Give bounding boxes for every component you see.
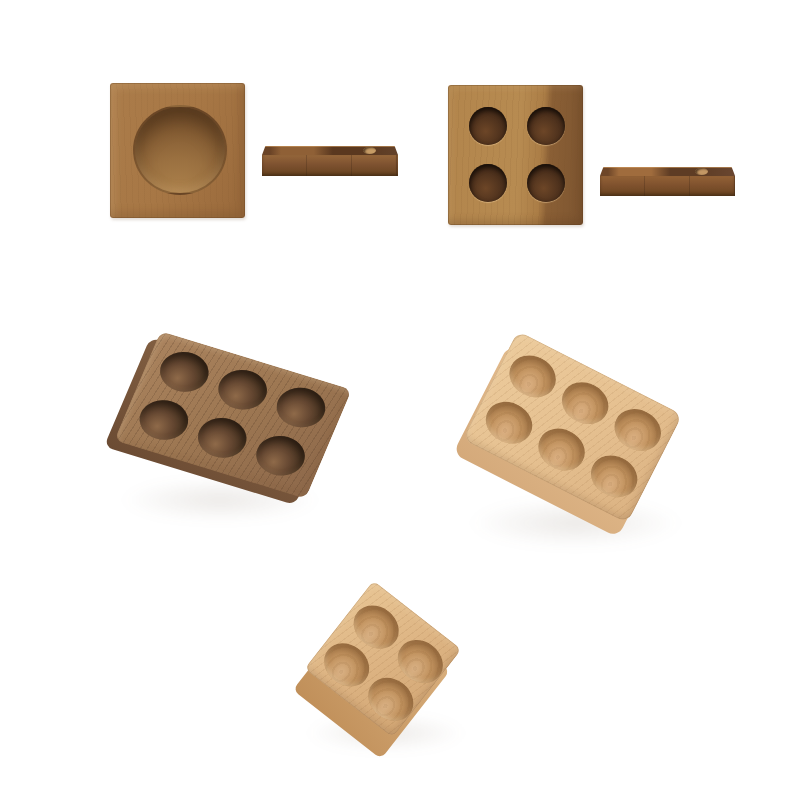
pit (469, 107, 507, 145)
tray-front-face (600, 176, 735, 196)
pit (270, 382, 332, 433)
beech-tray-4-pit (304, 580, 461, 737)
pit (191, 412, 253, 463)
thin-tray-edge-view-left (262, 146, 398, 176)
thin-tray-edge-view-right (600, 167, 735, 196)
pit (469, 164, 507, 202)
pit (133, 105, 227, 195)
pit (531, 421, 592, 478)
pit-grid (110, 83, 245, 218)
square-tray-1-pit (110, 83, 245, 218)
pit (250, 430, 312, 481)
tray-top-face (600, 167, 735, 176)
pit (479, 394, 540, 451)
pit (212, 364, 274, 415)
pit-grid (448, 85, 583, 225)
pit (527, 164, 565, 202)
pit (584, 448, 645, 505)
pit (555, 374, 616, 431)
beech-tray-6-pit (462, 331, 682, 524)
pit-grid (114, 331, 352, 499)
pit (133, 394, 195, 445)
pit (363, 147, 376, 154)
pit (695, 168, 708, 175)
product-photo-scene (0, 0, 800, 800)
tray-top-face (262, 146, 398, 155)
pit (607, 401, 668, 458)
pit (527, 107, 565, 145)
pit (502, 348, 563, 405)
walnut-tray-6-pit (114, 331, 352, 499)
square-tray-4-pit (448, 85, 583, 225)
pit-grid (462, 331, 682, 524)
tray-front-face (262, 155, 398, 176)
pit (154, 346, 216, 397)
